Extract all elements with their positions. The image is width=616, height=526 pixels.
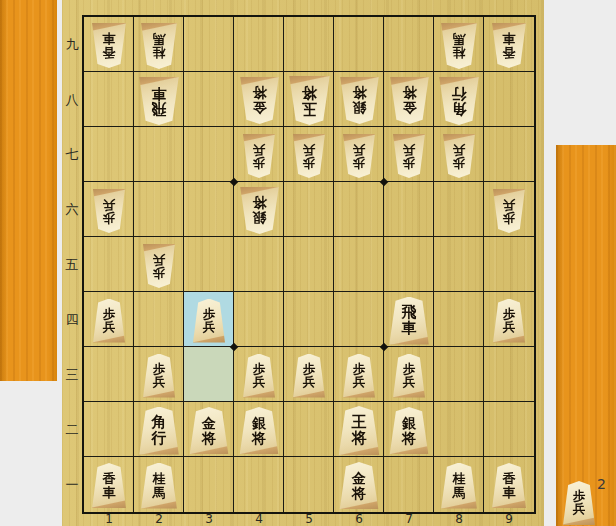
piece-kanji: 車 bbox=[103, 32, 116, 45]
piece-kanji: 桂 bbox=[453, 46, 466, 59]
file-label-9: 9 bbox=[484, 512, 534, 526]
piece-kanji: 馬 bbox=[153, 486, 166, 499]
cell-9七[interactable] bbox=[484, 127, 534, 182]
file-label-7: 7 bbox=[384, 512, 434, 526]
piece-kanji: 将 bbox=[302, 85, 317, 100]
piece-kanji: 銀 bbox=[252, 211, 266, 225]
piece-kanji: 兵 bbox=[403, 376, 416, 389]
cell-5五[interactable] bbox=[284, 237, 334, 292]
piece-kanji: 兵 bbox=[253, 143, 266, 156]
cell-3六[interactable] bbox=[184, 182, 234, 237]
piece-kanji: 兵 bbox=[103, 198, 116, 211]
piece-kanji: 馬 bbox=[453, 32, 466, 45]
piece-kanji: 香 bbox=[103, 472, 116, 485]
cell-5六[interactable] bbox=[284, 182, 334, 237]
piece-kanji: 兵 bbox=[103, 321, 116, 334]
cell-7五[interactable] bbox=[384, 237, 434, 292]
file-label-3: 3 bbox=[184, 512, 234, 526]
rank-labels: 九八七六五四三二一 bbox=[62, 17, 82, 512]
cell-5二[interactable] bbox=[284, 402, 334, 457]
board-grid: 香車桂馬桂馬香車飛車金将玉将銀将金将角行歩兵歩兵歩兵歩兵歩兵歩兵銀将歩兵歩兵歩兵… bbox=[82, 15, 536, 514]
rank-label-三: 三 bbox=[62, 347, 82, 402]
piece-kanji: 将 bbox=[402, 431, 416, 445]
file-label-6: 6 bbox=[334, 512, 384, 526]
piece-kanji: 兵 bbox=[203, 321, 216, 334]
piece-kanji: 馬 bbox=[153, 32, 166, 45]
piece-kanji: 桂 bbox=[153, 46, 166, 59]
cell-3三[interactable] bbox=[184, 347, 234, 402]
piece-kanji: 将 bbox=[252, 86, 266, 100]
piece-kanji: 香 bbox=[103, 46, 116, 59]
cell-3五[interactable] bbox=[184, 237, 234, 292]
piece-kanji: 銀 bbox=[252, 416, 266, 430]
cell-5九[interactable] bbox=[284, 17, 334, 72]
cell-8四[interactable] bbox=[434, 292, 484, 347]
piece-kanji: 桂 bbox=[453, 472, 466, 485]
cell-6六[interactable] bbox=[334, 182, 384, 237]
cell-1七[interactable] bbox=[84, 127, 134, 182]
cell-4一[interactable] bbox=[234, 457, 284, 512]
cell-2七[interactable] bbox=[134, 127, 184, 182]
piece-kanji: 将 bbox=[352, 431, 367, 446]
piece-kanji: 兵 bbox=[253, 376, 266, 389]
piece-kanji: 金 bbox=[252, 101, 266, 115]
cell-3一[interactable] bbox=[184, 457, 234, 512]
cell-7一[interactable] bbox=[384, 457, 434, 512]
cell-4五[interactable] bbox=[234, 237, 284, 292]
cell-6五[interactable] bbox=[334, 237, 384, 292]
piece-kanji: 銀 bbox=[352, 101, 366, 115]
piece-kanji: 将 bbox=[202, 431, 216, 445]
piece-kanji: 兵 bbox=[503, 321, 516, 334]
cell-9二[interactable] bbox=[484, 402, 534, 457]
piece-kanji: 将 bbox=[402, 86, 416, 100]
rank-label-八: 八 bbox=[62, 72, 82, 127]
piece-kanji: 将 bbox=[252, 196, 266, 210]
shogi-app: 九八七六五四三二一 123456789 香車桂馬桂馬香車飛車金将玉将銀将金将角行… bbox=[0, 0, 616, 526]
rank-label-一: 一 bbox=[62, 457, 82, 512]
rank-label-六: 六 bbox=[62, 182, 82, 237]
komadai-bottom-player bbox=[556, 145, 616, 526]
cell-1二[interactable] bbox=[84, 402, 134, 457]
piece-kanji: 将 bbox=[252, 431, 266, 445]
rank-label-四: 四 bbox=[62, 292, 82, 347]
piece-kanji: 兵 bbox=[303, 376, 316, 389]
cell-1八[interactable] bbox=[84, 72, 134, 127]
piece-kanji: 行 bbox=[452, 85, 467, 100]
piece-kanji: 兵 bbox=[153, 253, 166, 266]
cell-7九[interactable] bbox=[384, 17, 434, 72]
file-label-8: 8 bbox=[434, 512, 484, 526]
cell-9五[interactable] bbox=[484, 237, 534, 292]
cell-9八[interactable] bbox=[484, 72, 534, 127]
piece-kanji: 兵 bbox=[503, 198, 516, 211]
komadai-top-player bbox=[0, 0, 57, 381]
cell-8三[interactable] bbox=[434, 347, 484, 402]
cell-1五[interactable] bbox=[84, 237, 134, 292]
piece-kanji: 車 bbox=[152, 85, 167, 100]
piece-kanji: 香 bbox=[503, 46, 516, 59]
piece-kanji: 行 bbox=[152, 431, 167, 446]
piece-kanji: 兵 bbox=[353, 143, 366, 156]
rank-label-五: 五 bbox=[62, 237, 82, 292]
piece-kanji: 桂 bbox=[153, 472, 166, 485]
cell-2四[interactable] bbox=[134, 292, 184, 347]
piece-kanji: 兵 bbox=[353, 376, 366, 389]
piece-kanji: 金 bbox=[352, 471, 366, 485]
piece-kanji: 香 bbox=[503, 472, 516, 485]
cell-6九[interactable] bbox=[334, 17, 384, 72]
piece-kanji: 馬 bbox=[453, 486, 466, 499]
piece-kanji: 兵 bbox=[573, 503, 586, 516]
cell-4四[interactable] bbox=[234, 292, 284, 347]
hand-pawn-count: 2 bbox=[597, 476, 606, 492]
piece-kanji: 将 bbox=[352, 86, 366, 100]
cell-6四[interactable] bbox=[334, 292, 384, 347]
cell-7六[interactable] bbox=[384, 182, 434, 237]
piece-kanji: 金 bbox=[202, 416, 216, 430]
cell-5一[interactable] bbox=[284, 457, 334, 512]
piece-kanji: 金 bbox=[402, 101, 416, 115]
piece-kanji: 車 bbox=[503, 32, 516, 45]
cell-1三[interactable] bbox=[84, 347, 134, 402]
piece-kanji: 車 bbox=[503, 486, 516, 499]
piece-kanji: 兵 bbox=[153, 376, 166, 389]
cell-4九[interactable] bbox=[234, 17, 284, 72]
piece-kanji: 兵 bbox=[453, 143, 466, 156]
cell-8五[interactable] bbox=[434, 237, 484, 292]
rank-label-二: 二 bbox=[62, 402, 82, 457]
cell-3八[interactable] bbox=[184, 72, 234, 127]
piece-kanji: 兵 bbox=[303, 143, 316, 156]
rank-label-七: 七 bbox=[62, 127, 82, 182]
cell-3九[interactable] bbox=[184, 17, 234, 72]
cell-3七[interactable] bbox=[184, 127, 234, 182]
file-label-1: 1 bbox=[84, 512, 134, 526]
file-label-4: 4 bbox=[234, 512, 284, 526]
file-label-2: 2 bbox=[134, 512, 184, 526]
piece-kanji: 兵 bbox=[403, 143, 416, 156]
piece-kanji: 車 bbox=[103, 486, 116, 499]
piece-kanji: 車 bbox=[402, 321, 417, 336]
piece-kanji: 将 bbox=[352, 486, 366, 500]
file-label-5: 5 bbox=[284, 512, 334, 526]
file-labels: 123456789 bbox=[84, 512, 534, 526]
cell-8六[interactable] bbox=[434, 182, 484, 237]
cell-5四[interactable] bbox=[284, 292, 334, 347]
cell-2六[interactable] bbox=[134, 182, 184, 237]
cell-9三[interactable] bbox=[484, 347, 534, 402]
piece-kanji: 玉 bbox=[302, 101, 317, 116]
piece-kanji: 銀 bbox=[402, 416, 416, 430]
cell-8二[interactable] bbox=[434, 402, 484, 457]
rank-label-九: 九 bbox=[62, 17, 82, 72]
